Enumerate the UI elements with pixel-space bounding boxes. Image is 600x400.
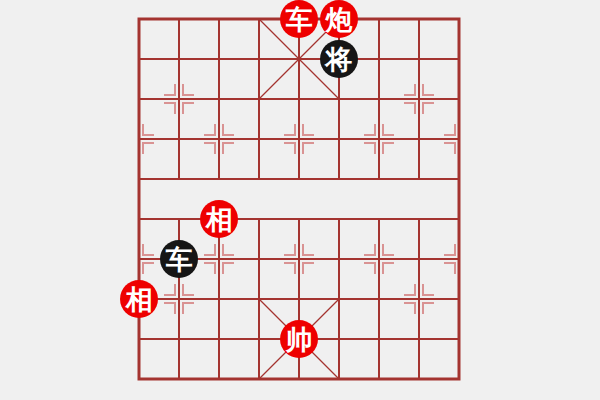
- board-intersection: [359, 39, 399, 79]
- board-intersection: [199, 39, 239, 79]
- board-intersection: [119, 0, 159, 39]
- board-intersection: [159, 359, 199, 399]
- piece-red-chariot[interactable]: 车: [280, 0, 318, 38]
- board-intersection: [199, 79, 239, 119]
- board-intersection: [359, 159, 399, 199]
- board-intersection: [359, 0, 399, 39]
- board-intersection: [399, 79, 439, 119]
- board-intersection: [399, 119, 439, 159]
- board-intersection: [279, 159, 319, 199]
- board-intersection: [199, 319, 239, 359]
- board-intersection: [279, 279, 319, 319]
- board-intersection: [159, 79, 199, 119]
- piece-red-general[interactable]: 帅: [280, 320, 318, 358]
- board-intersection: [119, 119, 159, 159]
- board-intersection: [199, 239, 239, 279]
- board-intersection: [279, 119, 319, 159]
- board-intersection: [279, 79, 319, 119]
- board-intersection: [319, 119, 359, 159]
- board-intersection: [279, 199, 319, 239]
- board-intersection: [319, 359, 359, 399]
- board-intersection: [399, 279, 439, 319]
- piece-black-general[interactable]: 将: [320, 40, 358, 78]
- board-intersection: [239, 319, 279, 359]
- board-intersection: [199, 119, 239, 159]
- board-intersection: [199, 279, 239, 319]
- piece-red-elephant[interactable]: 相: [120, 280, 158, 318]
- board-intersection: [119, 39, 159, 79]
- board-intersection: 车: [279, 0, 319, 39]
- board-intersection: [119, 79, 159, 119]
- board-intersection: [119, 239, 159, 279]
- board-intersection: [399, 159, 439, 199]
- board-intersection: [439, 119, 479, 159]
- board-intersection: [439, 199, 479, 239]
- board-intersection: [239, 119, 279, 159]
- board-intersection: [239, 0, 279, 39]
- piece-red-cannon[interactable]: 炮: [320, 0, 358, 38]
- board-intersection: [439, 159, 479, 199]
- board-intersection: [399, 39, 439, 79]
- board-intersection: 相: [199, 199, 239, 239]
- board-intersection: [159, 0, 199, 39]
- board-intersection: [239, 359, 279, 399]
- board-intersection: [319, 279, 359, 319]
- board-intersection: [439, 279, 479, 319]
- board-intersection: [359, 239, 399, 279]
- board-intersection: 炮: [319, 0, 359, 39]
- board-intersection: [159, 119, 199, 159]
- board-intersection: 帅: [279, 319, 319, 359]
- board-intersection: [439, 39, 479, 79]
- board-intersection: [119, 159, 159, 199]
- board-intersection: [239, 199, 279, 239]
- board-intersection: [159, 39, 199, 79]
- board-intersection: 将: [319, 39, 359, 79]
- board-intersection: [239, 239, 279, 279]
- board-intersection: [359, 79, 399, 119]
- board-intersection: [319, 199, 359, 239]
- board-intersection: [359, 199, 399, 239]
- board-intersection: [359, 279, 399, 319]
- board-intersection: [439, 79, 479, 119]
- xiangqi-diagram: 车炮将相车相帅: [0, 0, 600, 400]
- board-intersection: [399, 239, 439, 279]
- board-intersection: [239, 159, 279, 199]
- board-intersection: [159, 159, 199, 199]
- board-intersection: [439, 239, 479, 279]
- board-intersection: [199, 359, 239, 399]
- board-intersection: [399, 199, 439, 239]
- board-intersection: [439, 0, 479, 39]
- board-intersection: [279, 39, 319, 79]
- board-intersection: [319, 159, 359, 199]
- board-intersection: [159, 199, 199, 239]
- board-intersection: [399, 319, 439, 359]
- piece-black-chariot[interactable]: 车: [160, 240, 198, 278]
- board-intersection: [359, 119, 399, 159]
- board-intersection: [239, 79, 279, 119]
- piece-red-elephant[interactable]: 相: [200, 200, 238, 238]
- board-intersection: [279, 359, 319, 399]
- xiangqi-board: 车炮将相车相帅: [119, 0, 479, 399]
- board-intersection: [199, 159, 239, 199]
- board-intersection: 车: [159, 239, 199, 279]
- board-intersection: 相: [119, 279, 159, 319]
- board-intersection: [319, 79, 359, 119]
- board-intersection: [159, 319, 199, 359]
- board-intersection: [239, 279, 279, 319]
- board-intersection: [159, 279, 199, 319]
- board-intersection: [359, 359, 399, 399]
- board-intersection: [119, 359, 159, 399]
- board-intersection: [319, 239, 359, 279]
- board-intersection: [439, 359, 479, 399]
- board-intersection: [359, 319, 399, 359]
- board-intersection: [399, 0, 439, 39]
- board-intersection: [399, 359, 439, 399]
- board-intersection: [199, 0, 239, 39]
- board-intersection: [439, 319, 479, 359]
- board-intersection: [279, 239, 319, 279]
- board-intersection: [239, 39, 279, 79]
- board-intersection: [119, 199, 159, 239]
- board-intersection: [319, 319, 359, 359]
- board-intersection: [119, 319, 159, 359]
